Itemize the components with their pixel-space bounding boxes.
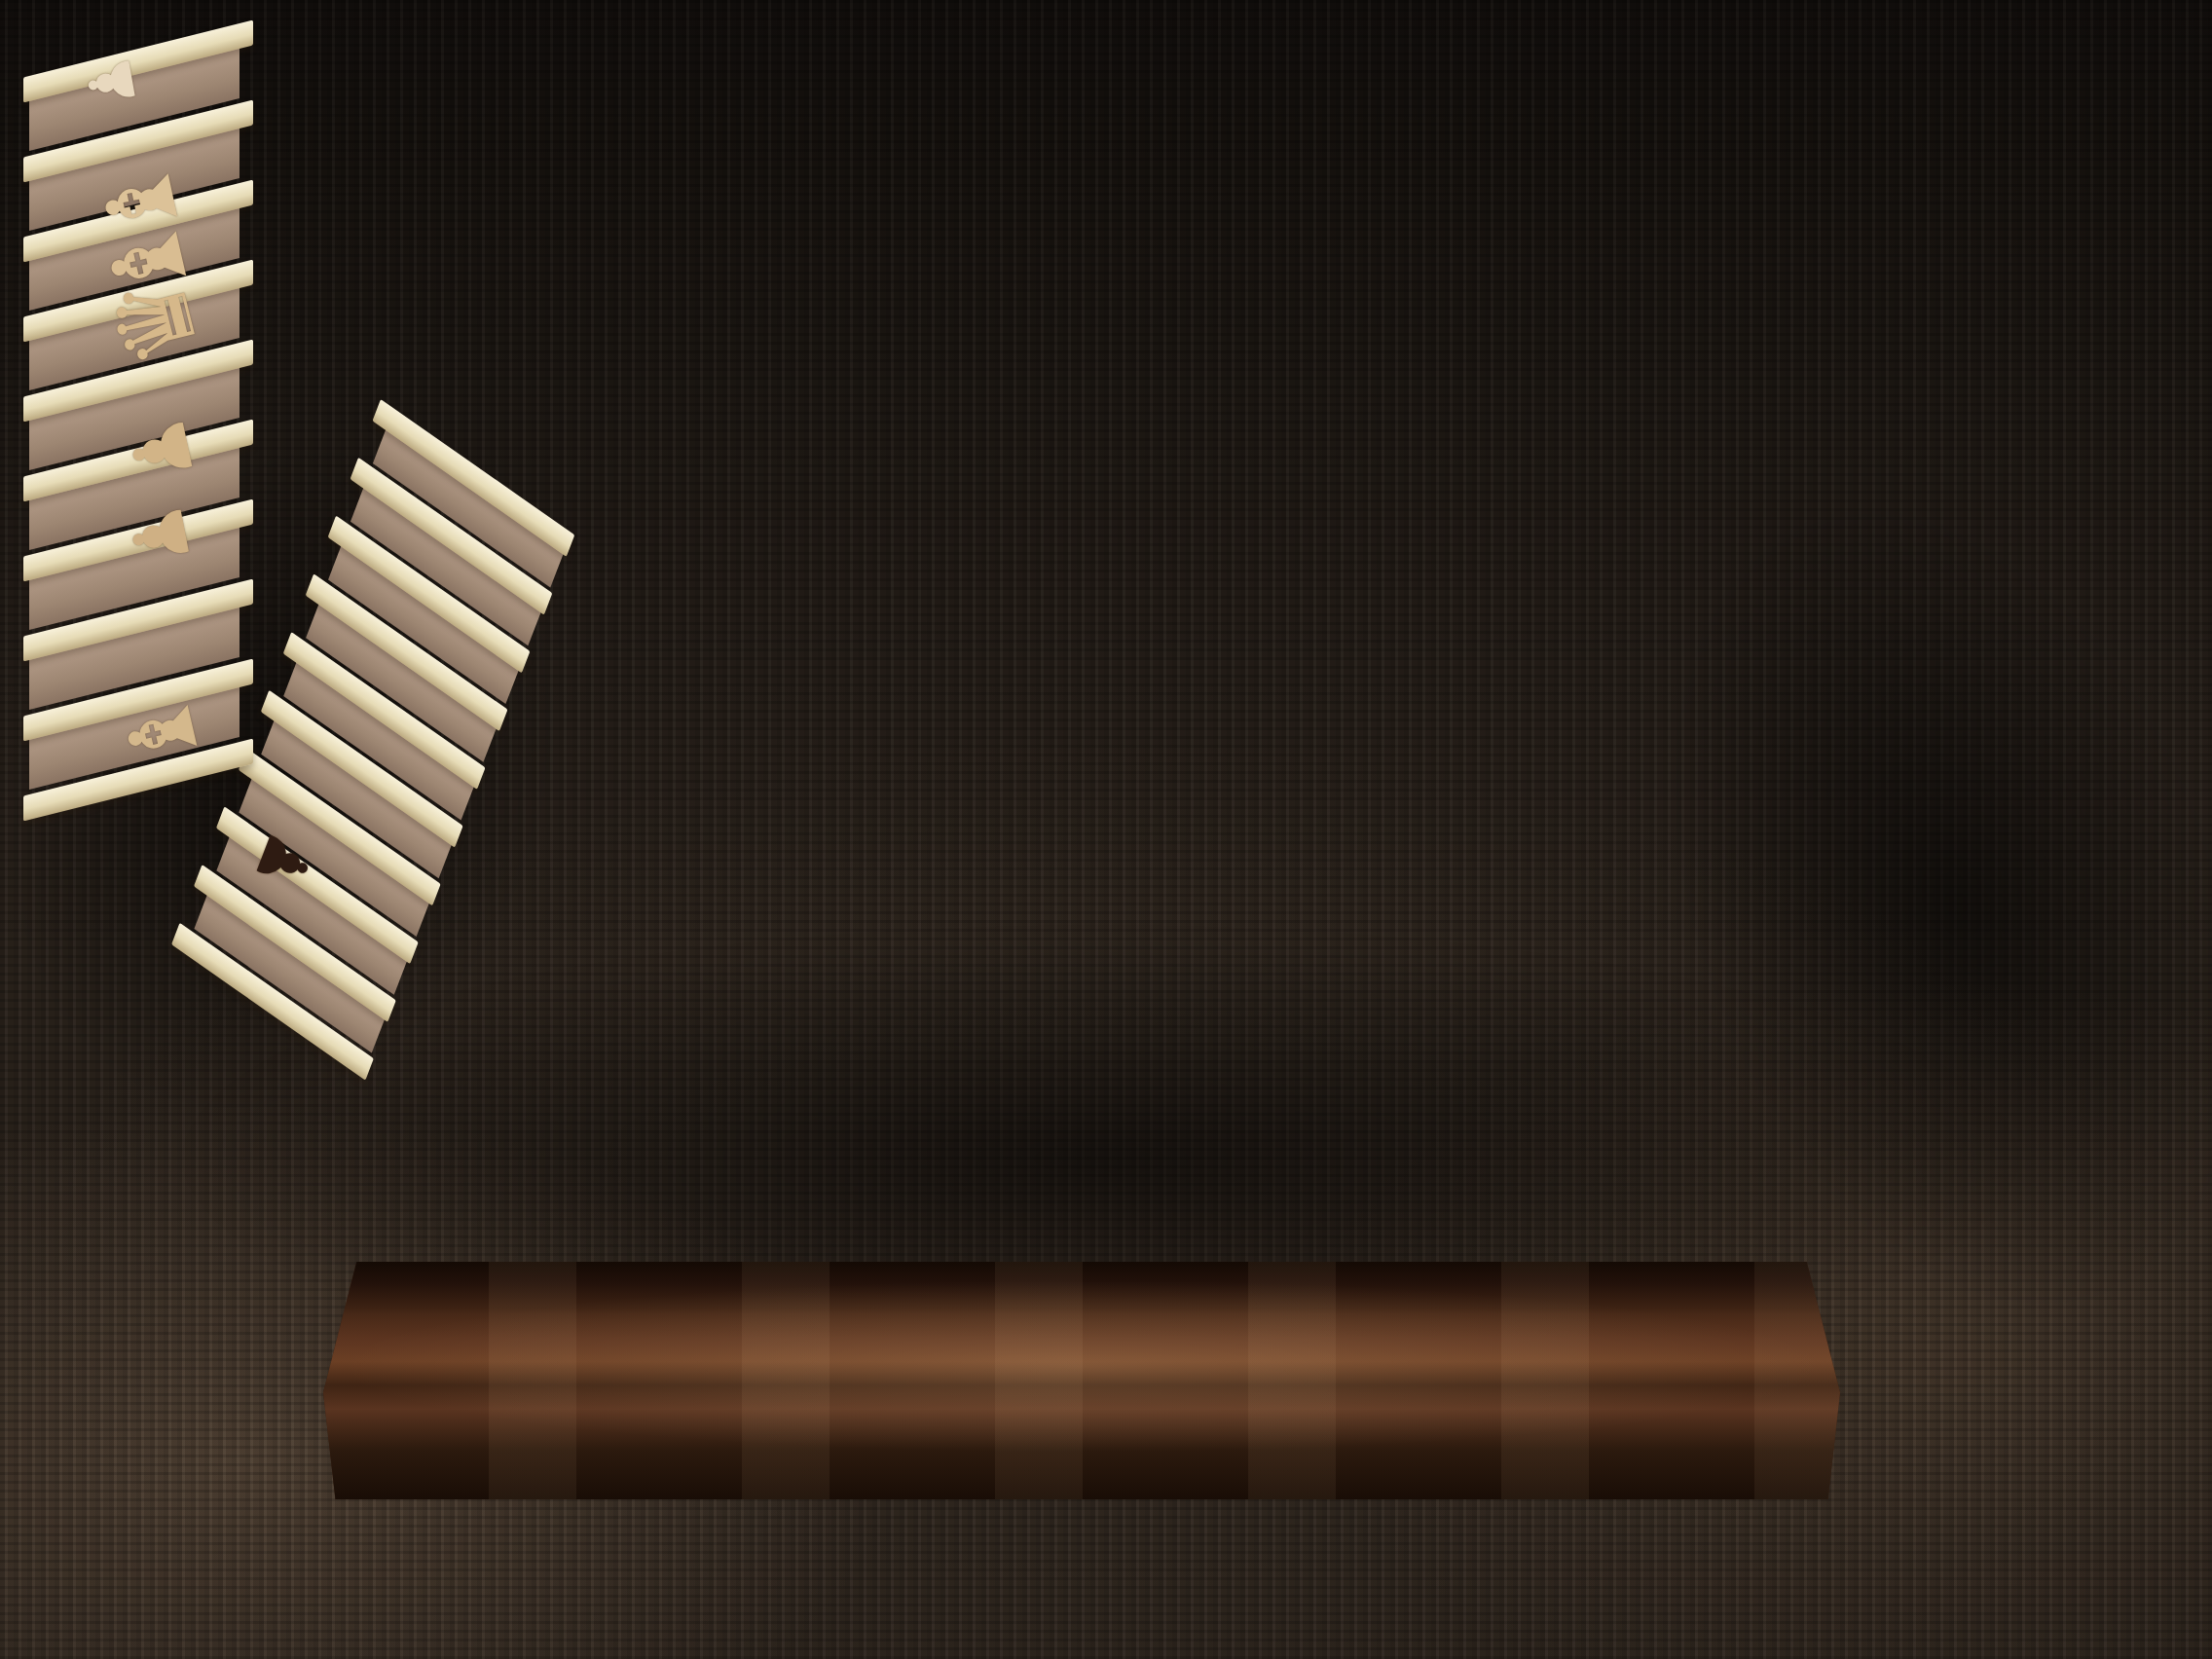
stored-piece-right-5[interactable]: ♟ bbox=[119, 497, 202, 573]
stored-piece-right-0[interactable]: ♟ bbox=[77, 50, 146, 114]
pedestal-base bbox=[323, 1262, 1840, 1499]
stage: ♟ ♟♝♝♛♟♟♝ bbox=[0, 0, 2212, 1659]
